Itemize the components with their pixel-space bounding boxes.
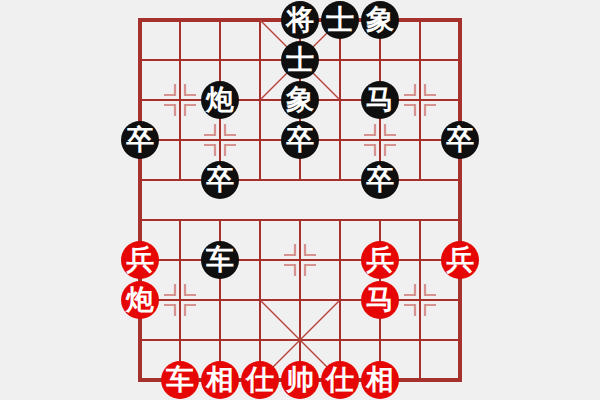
piece-black-chariot[interactable]: 车: [201, 241, 239, 279]
piece-red-soldier[interactable]: 兵: [121, 241, 159, 279]
piece-black-general[interactable]: 将: [281, 1, 319, 39]
piece-red-horse[interactable]: 马: [361, 281, 399, 319]
piece-black-soldier[interactable]: 卒: [361, 161, 399, 199]
piece-red-cannon[interactable]: 炮: [121, 281, 159, 319]
piece-black-elephant[interactable]: 象: [281, 81, 319, 119]
pieces-layer: 将士象士炮象马卒卒卒卒卒兵车兵兵炮马车相仕帅仕相: [0, 0, 600, 400]
piece-red-advisor[interactable]: 仕: [241, 361, 279, 399]
piece-red-soldier[interactable]: 兵: [441, 241, 479, 279]
piece-red-chariot[interactable]: 车: [161, 361, 199, 399]
piece-black-soldier[interactable]: 卒: [121, 121, 159, 159]
piece-black-soldier[interactable]: 卒: [281, 121, 319, 159]
piece-black-soldier[interactable]: 卒: [201, 161, 239, 199]
piece-red-soldier[interactable]: 兵: [361, 241, 399, 279]
piece-red-general[interactable]: 帅: [281, 361, 319, 399]
piece-black-elephant[interactable]: 象: [361, 1, 399, 39]
piece-black-horse[interactable]: 马: [361, 81, 399, 119]
piece-black-advisor[interactable]: 士: [281, 41, 319, 79]
piece-red-elephant[interactable]: 相: [201, 361, 239, 399]
piece-black-advisor[interactable]: 士: [321, 1, 359, 39]
piece-red-elephant[interactable]: 相: [361, 361, 399, 399]
piece-black-cannon[interactable]: 炮: [201, 81, 239, 119]
xiangqi-app: 将士象士炮象马卒卒卒卒卒兵车兵兵炮马车相仕帅仕相: [0, 0, 600, 400]
piece-black-soldier[interactable]: 卒: [441, 121, 479, 159]
piece-red-advisor[interactable]: 仕: [321, 361, 359, 399]
